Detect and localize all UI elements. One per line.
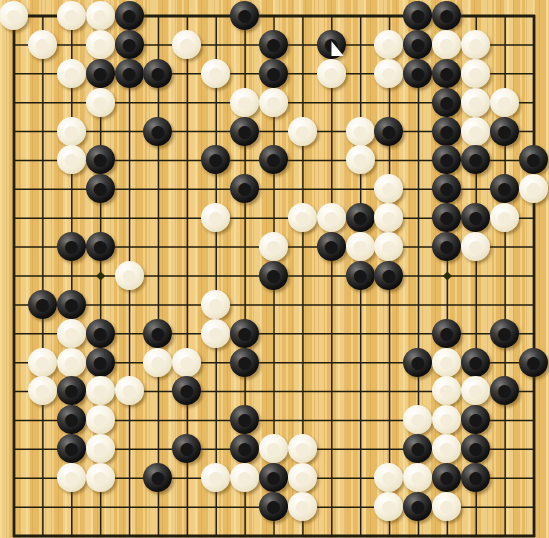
white-stone: ● (346, 117, 375, 146)
black-stone-glyph: ● (93, 151, 108, 168)
white-stone: ● (259, 434, 288, 463)
white-stone: ● (115, 261, 144, 290)
black-stone-glyph: ● (410, 498, 425, 515)
black-stone: ● (403, 30, 432, 59)
black-stone-glyph: ● (151, 325, 166, 342)
white-stone-glyph: ● (353, 151, 368, 168)
black-stone: ● (461, 405, 490, 434)
black-stone-glyph: ● (35, 296, 50, 313)
white-stone-glyph: ● (382, 180, 397, 197)
white-stone: ● (86, 1, 115, 30)
black-stone-glyph: ● (497, 325, 512, 342)
white-stone: ● (0, 1, 28, 30)
black-stone-glyph: ● (266, 267, 281, 284)
white-stone-glyph: ● (208, 469, 223, 486)
black-stone-glyph: ● (497, 382, 512, 399)
white-stone-glyph: ● (208, 209, 223, 226)
black-stone: ● (57, 290, 86, 319)
last-move-triangle-marker (317, 30, 346, 59)
black-stone-glyph: ● (439, 94, 454, 111)
white-stone-glyph: ● (439, 440, 454, 457)
white-stone: ● (288, 117, 317, 146)
black-stone-glyph: ● (93, 238, 108, 255)
white-stone: ● (86, 463, 115, 492)
white-stone-glyph: ● (35, 354, 50, 371)
black-stone: ● (490, 117, 519, 146)
black-stone-glyph: ● (410, 65, 425, 82)
black-stone: ● (143, 117, 172, 146)
black-stone-glyph: ● (410, 354, 425, 371)
black-stone: ● (115, 30, 144, 59)
black-stone: ● (86, 174, 115, 203)
black-stone: ● (432, 174, 461, 203)
black-stone-glyph: ● (93, 180, 108, 197)
black-stone: ● (432, 232, 461, 261)
black-stone-glyph: ● (93, 325, 108, 342)
white-stone: ● (86, 30, 115, 59)
black-stone: ● (259, 492, 288, 521)
white-stone-glyph: ● (468, 36, 483, 53)
black-stone-glyph: ● (237, 123, 252, 140)
white-stone: ● (519, 174, 548, 203)
black-stone: ● (259, 30, 288, 59)
black-stone-glyph: ● (382, 123, 397, 140)
white-stone-glyph: ● (295, 440, 310, 457)
white-stone: ● (57, 59, 86, 88)
black-stone: ● (86, 319, 115, 348)
black-stone: ● (259, 59, 288, 88)
white-stone: ● (432, 405, 461, 434)
black-stone-glyph: ● (439, 180, 454, 197)
white-stone: ● (230, 88, 259, 117)
white-stone: ● (374, 463, 403, 492)
black-stone-glyph: ● (237, 354, 252, 371)
white-stone: ● (57, 1, 86, 30)
black-stone-glyph: ● (151, 65, 166, 82)
black-stone: ● (230, 434, 259, 463)
black-stone-glyph: ● (179, 440, 194, 457)
black-stone-glyph: ● (497, 180, 512, 197)
white-stone-glyph: ● (439, 354, 454, 371)
black-stone-glyph: ● (266, 36, 281, 53)
black-stone: ● (432, 1, 461, 30)
white-stone: ● (115, 376, 144, 405)
white-stone-glyph: ● (468, 382, 483, 399)
white-stone: ● (86, 376, 115, 405)
black-stone: ● (432, 59, 461, 88)
black-stone: ● (28, 290, 57, 319)
white-stone-glyph: ● (468, 123, 483, 140)
black-stone: ● (317, 232, 346, 261)
black-stone: ● (115, 1, 144, 30)
white-stone: ● (86, 88, 115, 117)
black-stone-glyph: ● (266, 469, 281, 486)
white-stone-glyph: ● (266, 94, 281, 111)
white-stone: ● (432, 30, 461, 59)
black-stone: ● (172, 376, 201, 405)
white-stone: ● (461, 88, 490, 117)
black-stone: ● (230, 117, 259, 146)
black-stone-glyph: ● (468, 209, 483, 226)
black-stone-glyph: ● (439, 151, 454, 168)
white-stone: ● (490, 203, 519, 232)
white-stone: ● (201, 203, 230, 232)
black-stone: ● (259, 463, 288, 492)
white-stone-glyph: ● (64, 123, 79, 140)
white-stone: ● (57, 117, 86, 146)
black-stone-glyph: ● (64, 296, 79, 313)
black-stone-glyph: ● (439, 238, 454, 255)
white-stone-glyph: ● (382, 209, 397, 226)
white-stone: ● (461, 232, 490, 261)
white-stone: ● (461, 30, 490, 59)
black-stone: ● (403, 348, 432, 377)
white-stone-glyph: ● (468, 238, 483, 255)
white-stone-glyph: ● (237, 469, 252, 486)
white-stone-glyph: ● (6, 7, 21, 24)
black-stone-glyph: ● (151, 123, 166, 140)
black-stone: ● (519, 348, 548, 377)
white-stone: ● (461, 117, 490, 146)
black-stone: ● (57, 405, 86, 434)
black-stone: ● (86, 59, 115, 88)
black-stone-glyph: ● (468, 411, 483, 428)
black-stone-glyph: ● (237, 440, 252, 457)
white-stone-glyph: ● (151, 354, 166, 371)
white-stone: ● (288, 203, 317, 232)
white-stone-glyph: ● (208, 296, 223, 313)
white-stone-glyph: ● (122, 382, 137, 399)
white-stone-glyph: ● (93, 94, 108, 111)
white-stone-glyph: ● (64, 7, 79, 24)
black-stone-glyph: ● (64, 382, 79, 399)
white-stone-glyph: ● (382, 498, 397, 515)
white-stone: ● (374, 492, 403, 521)
white-stone-glyph: ● (266, 440, 281, 457)
black-stone-glyph: ● (64, 411, 79, 428)
white-stone-glyph: ● (410, 469, 425, 486)
white-stone-glyph: ● (324, 209, 339, 226)
black-stone: ● (374, 261, 403, 290)
black-stone-glyph: ● (353, 267, 368, 284)
black-stone-glyph: ● (266, 498, 281, 515)
black-stone: ● (461, 434, 490, 463)
white-stone-glyph: ● (439, 411, 454, 428)
white-stone: ● (346, 145, 375, 174)
black-stone-glyph: ● (439, 209, 454, 226)
white-stone-glyph: ● (382, 36, 397, 53)
stones-layer: ●●●●●●●●●●●●●●●●●●●●●●●●●●●●●●●●●●●●●●●●… (0, 1, 548, 538)
black-stone: ● (403, 434, 432, 463)
white-stone-glyph: ● (208, 65, 223, 82)
white-stone: ● (201, 59, 230, 88)
white-stone: ● (346, 232, 375, 261)
white-stone: ● (86, 405, 115, 434)
black-stone-glyph: ● (382, 267, 397, 284)
white-stone-glyph: ● (439, 498, 454, 515)
black-stone-glyph: ● (237, 180, 252, 197)
white-stone-glyph: ● (526, 180, 541, 197)
white-stone: ● (461, 59, 490, 88)
black-stone: ● (432, 463, 461, 492)
black-stone: ● (230, 405, 259, 434)
black-stone: ● (57, 232, 86, 261)
white-stone-glyph: ● (382, 65, 397, 82)
black-stone-glyph: ● (151, 469, 166, 486)
white-stone: ● (432, 348, 461, 377)
white-stone: ● (57, 463, 86, 492)
black-stone: ● (432, 88, 461, 117)
black-stone-glyph: ● (122, 36, 137, 53)
black-stone-glyph: ● (237, 7, 252, 24)
black-stone: ● (57, 434, 86, 463)
black-stone: ● (461, 145, 490, 174)
white-stone-glyph: ● (295, 123, 310, 140)
black-stone: ● (461, 203, 490, 232)
white-stone: ● (374, 203, 403, 232)
white-stone-glyph: ● (93, 411, 108, 428)
white-stone: ● (28, 376, 57, 405)
black-stone-glyph: ● (237, 325, 252, 342)
white-stone: ● (288, 492, 317, 521)
black-stone: ● (143, 59, 172, 88)
black-stone-glyph: ● (439, 123, 454, 140)
white-stone-glyph: ● (64, 65, 79, 82)
black-stone-glyph: ● (64, 440, 79, 457)
black-stone-glyph: ● (410, 36, 425, 53)
black-stone: ● (172, 434, 201, 463)
black-stone: ● (461, 348, 490, 377)
black-stone-glyph: ● (439, 7, 454, 24)
white-stone: ● (317, 59, 346, 88)
white-stone: ● (403, 405, 432, 434)
white-stone-glyph: ● (295, 209, 310, 226)
white-stone-glyph: ● (208, 325, 223, 342)
black-stone-glyph: ● (93, 65, 108, 82)
white-stone: ● (230, 463, 259, 492)
white-stone: ● (432, 376, 461, 405)
white-stone-glyph: ● (64, 325, 79, 342)
white-stone-glyph: ● (122, 267, 137, 284)
white-stone: ● (259, 232, 288, 261)
black-stone: ● (86, 348, 115, 377)
white-stone: ● (432, 492, 461, 521)
black-stone: ● (230, 319, 259, 348)
white-stone-glyph: ● (64, 354, 79, 371)
black-stone-glyph: ● (353, 209, 368, 226)
black-stone: ● (490, 174, 519, 203)
black-stone: ● (86, 232, 115, 261)
white-stone-glyph: ● (266, 238, 281, 255)
white-stone: ● (201, 463, 230, 492)
black-stone: ● (490, 319, 519, 348)
white-stone: ● (288, 463, 317, 492)
white-stone: ● (57, 145, 86, 174)
white-stone: ● (259, 88, 288, 117)
white-stone-glyph: ● (410, 411, 425, 428)
white-stone-glyph: ● (295, 498, 310, 515)
white-stone-glyph: ● (237, 94, 252, 111)
black-stone: ● (86, 145, 115, 174)
white-stone: ● (28, 30, 57, 59)
white-stone: ● (374, 232, 403, 261)
black-stone-glyph: ● (439, 325, 454, 342)
white-stone-glyph: ● (468, 65, 483, 82)
white-stone-glyph: ● (179, 36, 194, 53)
white-stone: ● (432, 434, 461, 463)
white-stone-glyph: ● (64, 469, 79, 486)
white-stone: ● (461, 376, 490, 405)
white-stone: ● (288, 434, 317, 463)
black-stone: ● (432, 203, 461, 232)
black-stone-glyph: ● (122, 7, 137, 24)
white-stone-glyph: ● (439, 382, 454, 399)
black-stone: ● (346, 203, 375, 232)
white-stone: ● (28, 348, 57, 377)
black-stone-glyph: ● (122, 65, 137, 82)
black-stone: ● (403, 1, 432, 30)
white-stone: ● (143, 348, 172, 377)
black-stone: ● (115, 59, 144, 88)
white-stone-glyph: ● (382, 238, 397, 255)
white-stone-glyph: ● (93, 382, 108, 399)
white-stone-glyph: ● (179, 354, 194, 371)
black-stone: ● (230, 174, 259, 203)
black-stone: ● (317, 30, 346, 59)
black-stone-glyph: ● (266, 151, 281, 168)
black-stone-glyph: ● (410, 440, 425, 457)
black-stone-glyph: ● (526, 151, 541, 168)
black-stone: ● (374, 117, 403, 146)
black-stone: ● (519, 145, 548, 174)
white-stone-glyph: ● (93, 469, 108, 486)
black-stone: ● (432, 145, 461, 174)
white-stone: ● (201, 319, 230, 348)
white-stone: ● (374, 30, 403, 59)
black-stone: ● (403, 59, 432, 88)
black-stone-glyph: ● (497, 123, 512, 140)
black-stone: ● (230, 1, 259, 30)
white-stone-glyph: ● (468, 94, 483, 111)
black-stone: ● (259, 145, 288, 174)
white-stone-glyph: ● (64, 151, 79, 168)
black-stone-glyph: ● (468, 440, 483, 457)
white-stone: ● (57, 348, 86, 377)
white-stone-glyph: ● (35, 36, 50, 53)
black-stone: ● (201, 145, 230, 174)
white-stone: ● (403, 463, 432, 492)
black-stone: ● (346, 261, 375, 290)
black-stone-glyph: ● (439, 65, 454, 82)
white-stone: ● (374, 174, 403, 203)
black-stone-glyph: ● (266, 65, 281, 82)
black-stone-glyph: ● (526, 354, 541, 371)
black-stone: ● (57, 376, 86, 405)
go-board[interactable]: ●●●●●●●●●●●●●●●●●●●●●●●●●●●●●●●●●●●●●●●●… (0, 0, 549, 538)
white-stone: ● (374, 59, 403, 88)
black-stone-glyph: ● (93, 354, 108, 371)
black-stone: ● (490, 376, 519, 405)
black-stone-glyph: ● (468, 151, 483, 168)
black-stone-glyph: ● (468, 469, 483, 486)
black-stone: ● (432, 319, 461, 348)
white-stone-glyph: ● (382, 469, 397, 486)
black-stone: ● (143, 319, 172, 348)
white-stone-glyph: ● (353, 238, 368, 255)
white-stone-glyph: ● (295, 469, 310, 486)
black-stone: ● (230, 348, 259, 377)
white-stone-glyph: ● (439, 36, 454, 53)
black-stone-glyph: ● (468, 354, 483, 371)
white-stone: ● (201, 290, 230, 319)
white-stone: ● (317, 203, 346, 232)
white-stone-glyph: ● (497, 209, 512, 226)
black-stone: ● (403, 492, 432, 521)
black-stone: ● (143, 463, 172, 492)
black-stone-glyph: ● (64, 238, 79, 255)
white-stone-glyph: ● (497, 94, 512, 111)
black-stone-glyph: ● (324, 238, 339, 255)
white-stone: ● (57, 319, 86, 348)
white-stone: ● (490, 88, 519, 117)
white-stone-glyph: ● (353, 123, 368, 140)
black-stone-glyph: ● (410, 7, 425, 24)
white-stone-glyph: ● (35, 382, 50, 399)
white-stone-glyph: ● (93, 440, 108, 457)
black-stone-glyph: ● (439, 469, 454, 486)
white-stone: ● (172, 30, 201, 59)
black-stone: ● (432, 117, 461, 146)
black-stone-glyph: ● (208, 151, 223, 168)
white-stone-glyph: ● (93, 36, 108, 53)
white-stone-glyph: ● (93, 7, 108, 24)
white-stone-glyph: ● (324, 65, 339, 82)
black-stone: ● (259, 261, 288, 290)
white-stone: ● (86, 434, 115, 463)
black-stone: ● (461, 463, 490, 492)
black-stone-glyph: ● (179, 382, 194, 399)
white-stone: ● (172, 348, 201, 377)
black-stone-glyph: ● (237, 411, 252, 428)
